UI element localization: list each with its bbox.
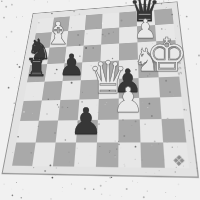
board-square: [66, 30, 84, 47]
board-square: [139, 97, 161, 119]
board-square: [98, 98, 119, 119]
board-square: [68, 15, 86, 31]
board-square: [81, 61, 101, 80]
board-square: [140, 142, 164, 167]
board-square: [42, 81, 63, 101]
board-square: [85, 14, 103, 30]
board-square: [119, 78, 139, 98]
board-square: [45, 63, 65, 81]
board-square: [96, 142, 119, 167]
board-square: [97, 120, 119, 143]
board-square: [47, 47, 66, 64]
board-square: [52, 16, 70, 32]
board-square: [99, 79, 119, 99]
board-square: [139, 77, 161, 98]
board-square: [100, 61, 119, 80]
board-square: [50, 31, 69, 48]
board-square: [119, 11, 137, 27]
board-square: [39, 100, 61, 121]
chess-board: [2, 1, 199, 178]
board-square: [74, 142, 97, 166]
board-square: [56, 120, 78, 142]
board-square: [137, 41, 157, 59]
board-photo: CHESS ❖ ♛♝♟♞♜♟♞♚♛♟♟♟: [0, 0, 200, 200]
board-square: [119, 98, 140, 120]
board-square: [36, 120, 58, 142]
board-square: [140, 119, 163, 142]
board-square: [53, 142, 76, 166]
board-square: [84, 29, 102, 46]
board-square: [79, 80, 99, 100]
board-square: [155, 24, 175, 41]
board-square: [118, 119, 140, 142]
board-square: [82, 45, 101, 63]
board-square: [76, 120, 98, 143]
board-square: [60, 80, 81, 100]
board-square: [137, 10, 156, 26]
board-square: [159, 77, 182, 98]
board-square: [119, 42, 138, 60]
board-square: [119, 26, 137, 43]
board-square: [137, 25, 156, 42]
board-square: [118, 142, 141, 167]
board-square: [160, 97, 184, 119]
board-square: [154, 8, 174, 25]
board-square: [162, 119, 187, 143]
board-square: [63, 62, 83, 81]
board-square: [65, 46, 84, 64]
board-square: [78, 99, 99, 120]
board-square: [138, 59, 159, 78]
board-square: [101, 28, 119, 45]
board-square: [100, 43, 119, 61]
board-square: [102, 13, 119, 29]
board-square: [32, 143, 55, 167]
board-square: [58, 100, 79, 121]
corner-emblem-icon: ❖: [172, 152, 186, 170]
board-square: [119, 60, 139, 79]
